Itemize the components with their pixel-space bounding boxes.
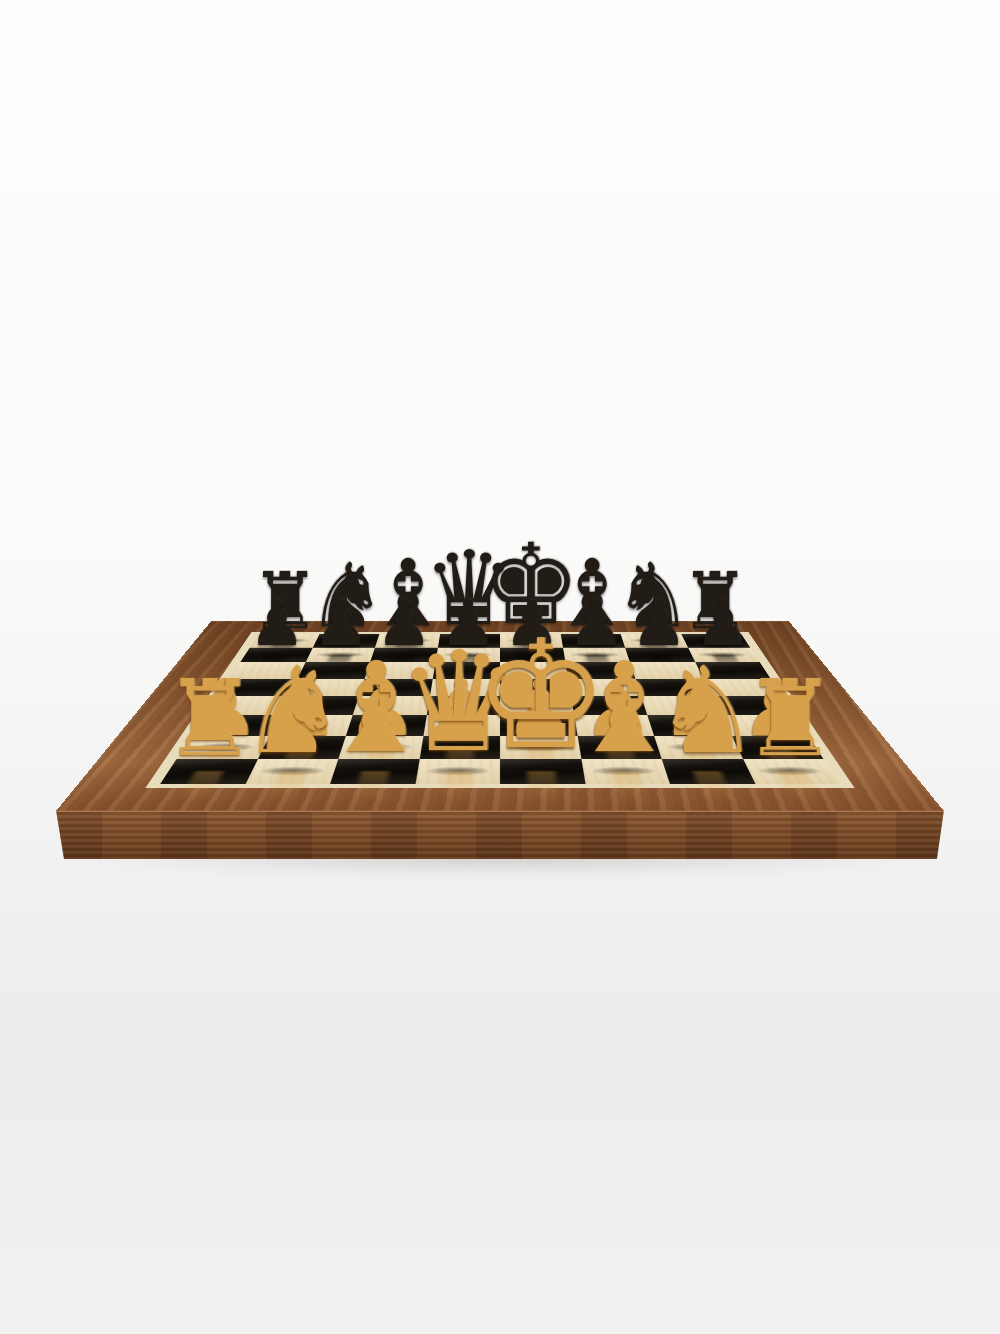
piece-white-rook-h1[interactable]: ♜ — [743, 665, 838, 771]
product-photo-scene: ♜♞♝♛♚♝♞♜♟♟♟♟♟♟♟♟♟♟♟♟♟♟♟♟♜♞♝♛♚♝♞♜ — [0, 0, 1000, 1334]
pieces-layer: ♜♞♝♛♚♝♞♜♟♟♟♟♟♟♟♟♟♟♟♟♟♟♟♟♜♞♝♛♚♝♞♜ — [0, 0, 1000, 1334]
